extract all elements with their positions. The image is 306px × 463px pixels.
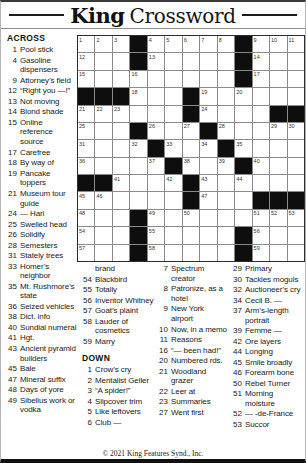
cell-r10c3[interactable] [113, 192, 129, 208]
cell-r10c5[interactable] [148, 192, 164, 208]
cell-r6c6[interactable] [165, 123, 181, 139]
clue-across-19: 19Pancake toppers [5, 169, 77, 188]
cell-r8c2[interactable] [95, 158, 111, 174]
cell-r9c11[interactable] [253, 175, 269, 191]
cell-number: 48 [79, 210, 85, 216]
clue-across-49: 49Sibelius work or vodka [5, 396, 77, 415]
clue-number: 50 [230, 379, 245, 389]
cell-r10c12 [270, 192, 286, 208]
clue-text: Crow’s cry [95, 365, 154, 375]
cell-r13c1[interactable]: 57 [78, 245, 94, 261]
clue-across-4: 4Gasoline dispensers [5, 56, 77, 75]
cell-r7c6[interactable]: 33 [165, 140, 181, 156]
clue-number: 3 [80, 386, 95, 396]
clue-across-55: 55Totally [80, 285, 154, 295]
cell-number: 14 [254, 54, 260, 60]
cell-number: 53 [289, 210, 295, 216]
cell-r2c1[interactable]: 12 [78, 53, 94, 69]
cell-r11c8[interactable] [200, 210, 216, 226]
cell-r1c9[interactable]: 8 [218, 36, 234, 52]
clue-down-53: 53Succor [230, 420, 304, 430]
cell-r8c5[interactable]: 37 [148, 158, 164, 174]
cell-r13c12[interactable] [270, 245, 286, 261]
clue-text: Semesters [20, 241, 77, 251]
cell-r12c6[interactable] [165, 227, 181, 243]
clue-text: Lauder of cosmetics [95, 317, 154, 336]
clue-text: Cecil B. — [245, 296, 304, 306]
cell-r2c6[interactable] [165, 53, 181, 69]
cell-r1c3[interactable]: 3 [113, 36, 129, 52]
cell-number: 41 [114, 176, 120, 182]
cell-r9c10[interactable]: 44 [235, 175, 251, 191]
cell-r4c13[interactable] [288, 88, 304, 104]
cell-r7c12[interactable] [270, 140, 286, 156]
clue-text: Blackbird [95, 275, 154, 285]
clue-down-34: 34Cecil B. — [230, 296, 304, 306]
clue-number: 8 [156, 284, 171, 303]
cell-r8c3[interactable] [113, 158, 129, 174]
clue-down-16: 16“— been had!” [156, 346, 228, 356]
cell-r7c7[interactable] [183, 140, 199, 156]
clue-text: Solidify [20, 230, 77, 240]
cell-r1c12[interactable]: 10 [270, 36, 286, 52]
cell-r8c8[interactable] [200, 158, 216, 174]
clue-number: 38 [5, 312, 20, 322]
clue-down-2: 2Mentalist Geller [80, 376, 154, 386]
cell-r12c8[interactable] [200, 227, 216, 243]
crossword-page: King Crossword ACROSS1Pool stick4Gasolin… [0, 0, 306, 463]
clue-text: brand [95, 264, 154, 274]
cell-r6c3[interactable] [113, 123, 129, 139]
cell-r1c10 [235, 36, 251, 52]
cell-r12c12[interactable] [270, 227, 286, 243]
masthead: King Crossword [1, 2, 305, 29]
clue-number: 25 [5, 220, 20, 230]
cell-r6c9[interactable]: 28 [218, 123, 234, 139]
clue-text: Patronize, as a hotel [171, 284, 228, 303]
clue-number: 57 [80, 306, 95, 316]
clue-number: 9 [5, 76, 20, 86]
cell-r2c5[interactable]: 13 [148, 53, 164, 69]
cell-r3c6[interactable] [165, 71, 181, 87]
cell-r7c13[interactable] [288, 140, 304, 156]
clue-number: 27 [156, 408, 171, 418]
cell-r7c10[interactable]: 35 [235, 140, 251, 156]
clue-across-13: 13Not moving [5, 97, 77, 107]
clue-across-47: 47Mineral suffix [5, 375, 77, 385]
clue-across-48: 48Days of yore [5, 385, 77, 395]
clue-text: Museum tour guide [20, 189, 77, 208]
cell-number: 47 [201, 193, 207, 199]
clue-text: Hgt. [20, 333, 77, 343]
cell-r4c4[interactable]: 18 [130, 88, 146, 104]
clue-across-41: 41Hgt. [5, 333, 77, 343]
clue-number: 37 [230, 306, 245, 325]
cell-r3c8[interactable] [200, 71, 216, 87]
clue-number: 26 [5, 230, 20, 240]
clue-down-9: 9New York airport [156, 304, 228, 323]
cell-r7c2[interactable] [95, 140, 111, 156]
cell-r9c6[interactable]: 42 [165, 175, 181, 191]
cell-r12c2[interactable] [95, 227, 111, 243]
clue-number: 33 [5, 262, 20, 281]
cell-number: 33 [166, 141, 172, 147]
clue-across-9: 9Attorney’s field [5, 76, 77, 86]
clue-down-37: 37Arm’s-length portrait [230, 306, 304, 325]
cell-r9c2 [95, 175, 111, 191]
cell-r5c10[interactable] [235, 106, 251, 122]
clue-text: — Hari [20, 209, 77, 219]
cell-r13c6[interactable] [165, 245, 181, 261]
cell-r7c1[interactable]: 31 [78, 140, 94, 156]
clue-down-32: 32Auctioneer’s cry [230, 285, 304, 295]
cell-r12c11[interactable]: 56 [253, 227, 269, 243]
cell-r4c11[interactable] [253, 88, 269, 104]
clue-text: “Right you —!” [20, 86, 77, 96]
cell-r3c11[interactable]: 17 [253, 71, 269, 87]
cell-r11c1[interactable]: 48 [78, 210, 94, 226]
cell-number: 45 [79, 193, 85, 199]
clue-number: 11 [156, 335, 171, 345]
cell-r9c12[interactable] [270, 175, 286, 191]
cell-r11c10[interactable] [235, 210, 251, 226]
clue-number: 40 [5, 323, 20, 333]
cell-r1c5[interactable]: 4 [148, 36, 164, 52]
cell-number: 29 [271, 123, 277, 129]
cell-r4c3 [113, 88, 129, 104]
cell-r3c12[interactable] [270, 71, 286, 87]
clue-number: 43 [5, 344, 20, 363]
cell-r9c3[interactable]: 41 [113, 175, 129, 191]
cell-r11c12[interactable]: 52 [270, 210, 286, 226]
cell-r2c8[interactable] [200, 53, 216, 69]
cell-r10c4[interactable] [130, 192, 146, 208]
clue-across-21: 21Museum tour guide [5, 189, 77, 208]
clue-number-blank [80, 264, 95, 274]
clue-number: 24 [5, 209, 20, 219]
cell-r5c12 [270, 106, 286, 122]
cell-r4c8[interactable]: 19 [200, 88, 216, 104]
clue-number: 15 [5, 118, 20, 147]
cell-r3c5[interactable] [148, 71, 164, 87]
clue-number: 13 [5, 97, 20, 107]
cell-r3c10 [235, 71, 251, 87]
clue-down-50: 50Rebel Turner [230, 379, 304, 389]
cell-r1c6[interactable]: 5 [165, 36, 181, 52]
clue-number: 28 [5, 241, 20, 251]
cell-number: 57 [79, 245, 85, 251]
clue-across-40: 40Sundial numeral [5, 323, 77, 333]
cell-r1c2[interactable]: 2 [95, 36, 111, 52]
cell-r13c9[interactable] [218, 245, 234, 261]
cell-r2c12[interactable] [270, 53, 286, 69]
cell-r5c4[interactable] [130, 106, 146, 122]
cell-r9c8[interactable]: 43 [200, 175, 216, 191]
cell-r4c10[interactable]: 20 [235, 88, 251, 104]
cell-r7c3[interactable] [113, 140, 129, 156]
cell-r11c3[interactable] [113, 210, 129, 226]
cell-r1c13[interactable]: 11 [288, 36, 304, 52]
cell-r3c4[interactable]: 16 [130, 71, 146, 87]
clue-text: Totally [95, 285, 154, 295]
clue-down-27: 27Went first [156, 408, 228, 418]
cell-r13c11[interactable]: 59 [253, 245, 269, 261]
clue-text: Ore layers [245, 337, 304, 347]
cell-number: 43 [201, 176, 207, 182]
cell-r7c11[interactable] [253, 140, 269, 156]
cell-r9c9[interactable] [218, 175, 234, 191]
cell-r12c7[interactable] [183, 227, 199, 243]
clue-down-11: 11Reasons [156, 335, 228, 345]
clue-text: Went first [171, 408, 228, 418]
cell-r11c7[interactable]: 50 [183, 210, 199, 226]
cell-r5c11[interactable] [253, 106, 269, 122]
clue-text: Like leftovers [95, 407, 154, 417]
cell-r11c6[interactable] [165, 210, 181, 226]
clue-number: 12 [5, 86, 20, 96]
cell-r4c2 [95, 88, 111, 104]
cell-number: 8 [219, 37, 222, 43]
clue-across-54: 54Blackbird [80, 275, 154, 285]
cell-r13c8[interactable] [200, 245, 216, 261]
clue-down-4: 4Slipcover trim [80, 397, 154, 407]
cell-r11c9[interactable] [218, 210, 234, 226]
cell-number: 12 [79, 54, 85, 60]
cell-r6c10[interactable] [235, 123, 251, 139]
cell-r9c5[interactable] [148, 175, 164, 191]
cell-r6c13[interactable]: 30 [288, 123, 304, 139]
cell-r11c13[interactable]: 53 [288, 210, 304, 226]
cell-r4c7 [183, 88, 199, 104]
cell-r2c2[interactable] [95, 53, 111, 69]
clue-text: Mt. Rushmore’s state [20, 282, 77, 301]
cell-r10c11 [253, 192, 269, 208]
clue-number: 46 [230, 368, 245, 378]
masthead-rule-left [9, 14, 64, 16]
clue-across-36: 36Seized vehicles [5, 302, 77, 312]
cell-r7c4[interactable]: 32 [130, 140, 146, 156]
cell-r6c5[interactable]: 26 [148, 123, 164, 139]
clue-text: Numbered rds. [171, 356, 228, 366]
cell-r10c9[interactable] [218, 192, 234, 208]
clue-text: Slipcover trim [95, 397, 154, 407]
cell-r4c12[interactable] [270, 88, 286, 104]
clue-text: Arm’s-length portrait [245, 306, 304, 325]
cell-r10c6[interactable] [165, 192, 181, 208]
cell-r13c2[interactable] [95, 245, 111, 261]
clue-text: Inventor Whitney [95, 296, 154, 306]
cell-r2c11[interactable]: 14 [253, 53, 269, 69]
cell-r7c8[interactable]: 34 [200, 140, 216, 156]
cell-number: 19 [201, 89, 207, 95]
cell-r12c1[interactable]: 54 [78, 227, 94, 243]
cell-r1c8[interactable]: 7 [200, 36, 216, 52]
clue-down-21: 21Woodland grazer [156, 367, 228, 386]
cell-r8c4[interactable] [130, 158, 146, 174]
cell-r11c11[interactable]: 51 [253, 210, 269, 226]
cell-r3c1[interactable]: 15 [78, 71, 94, 87]
clue-text: Attorney’s field [20, 76, 77, 86]
cell-r9c13[interactable] [288, 175, 304, 191]
clue-down-3: 3“A spider!” [80, 386, 154, 396]
clue-down-46: 46Forearm bone [230, 368, 304, 378]
cell-r5c9[interactable] [218, 106, 234, 122]
cell-number: 1 [79, 37, 82, 43]
clue-text: Stately trees [20, 251, 77, 261]
cell-r5c1[interactable]: 21 [78, 106, 94, 122]
clue-text: Dict. info [20, 312, 77, 322]
cell-r8c11[interactable]: 40 [253, 158, 269, 174]
cell-r4c1 [78, 88, 94, 104]
cell-number: 54 [79, 228, 85, 234]
clue-text: Goat’s plaint [95, 306, 154, 316]
cell-r5c6[interactable] [165, 106, 181, 122]
cell-r8c12[interactable] [270, 158, 286, 174]
clue-across-45: 45Bale [5, 364, 77, 374]
cell-r2c7[interactable] [183, 53, 199, 69]
cell-r12c5[interactable]: 55 [148, 227, 164, 243]
cell-r5c5[interactable] [148, 106, 164, 122]
cell-r11c5[interactable]: 49 [148, 210, 164, 226]
page-title: King Crossword [70, 3, 235, 28]
cell-r10c1[interactable]: 45 [78, 192, 94, 208]
clue-text: “— been had!” [171, 346, 228, 356]
clue-text: Mentalist Geller [95, 376, 154, 386]
clue-down-45: 45Smile broadly [230, 358, 304, 368]
cell-r4c6[interactable] [165, 88, 181, 104]
clue-number: 47 [5, 375, 20, 385]
cell-number: 15 [79, 71, 85, 77]
cell-r10c8[interactable]: 47 [200, 192, 216, 208]
cell-r8c10 [235, 158, 251, 174]
cell-r13c10 [235, 245, 251, 261]
cell-r9c4[interactable] [130, 175, 146, 191]
cell-r4c9[interactable] [218, 88, 234, 104]
cell-r13c3[interactable] [113, 245, 129, 261]
cell-r6c12[interactable]: 29 [270, 123, 286, 139]
cell-r5c7 [183, 106, 199, 122]
clue-number: 29 [230, 264, 245, 274]
clue-column-2: brand54Blackbird55Totally56Inventor Whit… [80, 264, 154, 428]
cell-r8c9[interactable]: 39 [218, 158, 234, 174]
clue-number: 58 [80, 317, 95, 336]
cell-r2c3[interactable] [113, 53, 129, 69]
clue-text: Bale [20, 364, 77, 374]
cell-r11c2[interactable] [95, 210, 111, 226]
clue-across-26: 26Solidify [5, 230, 77, 240]
clue-text: Rebel Turner [245, 379, 304, 389]
cell-r6c2[interactable] [95, 123, 111, 139]
cell-r3c9[interactable] [218, 71, 234, 87]
clue-number: 31 [5, 251, 20, 261]
cell-r5c8[interactable]: 24 [200, 106, 216, 122]
cell-number: 4 [149, 37, 152, 43]
crossword-grid: 1234567891011121314151617181920212223242… [77, 35, 305, 262]
clue-down-20: 20Numbered rds. [156, 356, 228, 366]
cell-r10c10[interactable] [235, 192, 251, 208]
cell-r13c7[interactable] [183, 245, 199, 261]
clue-text: Tackles moguls [245, 275, 304, 285]
clue-number: 19 [5, 169, 20, 188]
clue-number: 17 [5, 148, 20, 158]
clue-text: Succor [245, 420, 304, 430]
clue-down-22: 22Leer at [156, 387, 228, 397]
clue-text: Pancake toppers [20, 169, 77, 188]
clue-number: 2 [80, 376, 95, 386]
cell-number: 28 [219, 123, 225, 129]
cell-r6c11[interactable] [253, 123, 269, 139]
clue-number: 9 [156, 304, 171, 323]
cell-r3c3[interactable] [113, 71, 129, 87]
cell-r13c5[interactable]: 58 [148, 245, 164, 261]
cell-r12c13[interactable] [288, 227, 304, 243]
clue-text: Sibelius work or vodka [20, 396, 77, 415]
clue-text: Woodland grazer [171, 367, 228, 386]
cell-number: 49 [149, 210, 155, 216]
cell-r6c7[interactable]: 27 [183, 123, 199, 139]
cell-r5c13 [288, 106, 304, 122]
cell-r4c5[interactable] [148, 88, 164, 104]
cell-number: 46 [96, 193, 102, 199]
cell-r8c7[interactable]: 38 [183, 158, 199, 174]
cell-r8c13[interactable] [288, 158, 304, 174]
clue-down-1: 1Crow’s cry [80, 365, 154, 375]
cell-number: 2 [96, 37, 99, 43]
clue-text: Morning moisture [245, 389, 304, 408]
cell-r3c2[interactable] [95, 71, 111, 87]
clue-text: Now, in a memo [171, 325, 228, 335]
clue-across-31: 31Stately trees [5, 251, 77, 261]
cell-number: 6 [184, 37, 187, 43]
clue-number: 45 [5, 364, 20, 374]
cell-r12c3[interactable] [113, 227, 129, 243]
cell-number: 22 [96, 106, 102, 112]
cell-r13c13[interactable] [288, 245, 304, 261]
clue-number: 59 [80, 337, 95, 347]
cell-number: 18 [131, 89, 137, 95]
cell-r5c2[interactable]: 22 [95, 106, 111, 122]
clue-across-35: 35Mt. Rushmore’s state [5, 282, 77, 301]
cell-r1c11[interactable]: 9 [253, 36, 269, 52]
cell-number: 36 [79, 158, 85, 164]
cell-r10c13 [288, 192, 304, 208]
cell-r12c9[interactable] [218, 227, 234, 243]
cell-r10c2[interactable]: 46 [95, 192, 111, 208]
cell-r2c13[interactable] [288, 53, 304, 69]
cell-r1c7[interactable]: 6 [183, 36, 199, 52]
cell-r12c10 [235, 227, 251, 243]
cell-number: 39 [219, 158, 225, 164]
title-king: King [70, 3, 124, 28]
cell-r3c7[interactable] [183, 71, 199, 87]
cell-r8c1[interactable]: 36 [78, 158, 94, 174]
cell-number: 58 [149, 245, 155, 251]
cell-r6c1[interactable]: 25 [78, 123, 94, 139]
cell-number: 40 [254, 158, 260, 164]
clue-down-52: 52— -de-France [230, 409, 304, 419]
cell-r5c3[interactable]: 23 [113, 106, 129, 122]
cell-number: 21 [79, 106, 85, 112]
clue-down-7: 7Spectrum creator [156, 264, 228, 283]
cell-number: 37 [149, 158, 155, 164]
cell-number: 7 [201, 37, 204, 43]
cell-r2c9[interactable] [218, 53, 234, 69]
cell-r1c1[interactable]: 1 [78, 36, 94, 52]
clue-across-57: 57Goat’s plaint [80, 306, 154, 316]
clue-text: Not moving [20, 97, 77, 107]
cell-r3c13[interactable] [288, 71, 304, 87]
cell-number: 38 [184, 158, 190, 164]
